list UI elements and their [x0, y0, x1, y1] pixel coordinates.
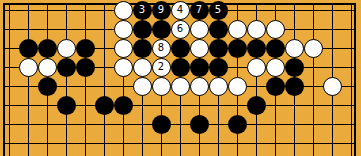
stone-black[interactable] [57, 96, 76, 115]
stone-black[interactable] [114, 96, 133, 115]
stone-black[interactable] [228, 115, 247, 134]
stone-black[interactable] [266, 77, 285, 96]
stone-white[interactable] [133, 58, 152, 77]
stone-black[interactable] [133, 39, 152, 58]
stone-white[interactable] [247, 20, 266, 39]
stone-black[interactable] [152, 20, 171, 39]
stone-black[interactable] [285, 58, 304, 77]
stone-black[interactable] [76, 58, 95, 77]
stone-black-move-3[interactable]: 3 [133, 1, 152, 20]
stone-black-move-5[interactable]: 5 [209, 1, 228, 20]
stone-black[interactable] [171, 39, 190, 58]
stone-black[interactable] [38, 77, 57, 96]
stone-black[interactable] [247, 39, 266, 58]
stone-white[interactable] [38, 58, 57, 77]
stone-black[interactable] [190, 115, 209, 134]
stone-white[interactable] [190, 20, 209, 39]
stone-white[interactable] [190, 39, 209, 58]
stone-black[interactable] [19, 39, 38, 58]
stone-white[interactable] [152, 77, 171, 96]
stone-black-move-9[interactable]: 9 [152, 1, 171, 20]
stone-black[interactable] [209, 58, 228, 77]
stone-white[interactable] [114, 58, 133, 77]
go-board[interactable]: 39475682 [0, 0, 361, 156]
stone-white[interactable] [57, 39, 76, 58]
stone-white-move-6[interactable]: 6 [171, 20, 190, 39]
stone-black[interactable] [171, 58, 190, 77]
stone-black[interactable] [152, 115, 171, 134]
stone-white[interactable] [133, 77, 152, 96]
stone-white-move-2[interactable]: 2 [152, 58, 171, 77]
stone-white[interactable] [266, 20, 285, 39]
stone-white[interactable] [19, 58, 38, 77]
stone-black[interactable] [209, 20, 228, 39]
stone-black[interactable] [95, 96, 114, 115]
stone-black[interactable] [38, 39, 57, 58]
stone-white[interactable] [190, 77, 209, 96]
stone-black[interactable] [228, 39, 247, 58]
stone-black[interactable] [209, 39, 228, 58]
stone-white[interactable] [304, 39, 323, 58]
stone-white[interactable] [114, 1, 133, 20]
stone-white[interactable] [114, 39, 133, 58]
stone-black-move-7[interactable]: 7 [190, 1, 209, 20]
stone-white[interactable] [228, 20, 247, 39]
stone-white[interactable] [228, 77, 247, 96]
stone-black[interactable] [247, 96, 266, 115]
stone-black[interactable] [285, 77, 304, 96]
stone-white[interactable] [114, 20, 133, 39]
stone-white[interactable] [247, 58, 266, 77]
stone-white[interactable] [266, 58, 285, 77]
stone-white[interactable] [323, 77, 342, 96]
stone-black[interactable] [266, 39, 285, 58]
stone-white[interactable] [209, 77, 228, 96]
stone-white-move-4[interactable]: 4 [171, 1, 190, 20]
stone-black[interactable] [133, 20, 152, 39]
stones-layer: 39475682 [0, 0, 361, 156]
stone-white-move-8[interactable]: 8 [152, 39, 171, 58]
stone-black[interactable] [57, 58, 76, 77]
stone-black[interactable] [190, 58, 209, 77]
stone-white[interactable] [285, 39, 304, 58]
stone-white[interactable] [171, 77, 190, 96]
stone-black[interactable] [76, 39, 95, 58]
